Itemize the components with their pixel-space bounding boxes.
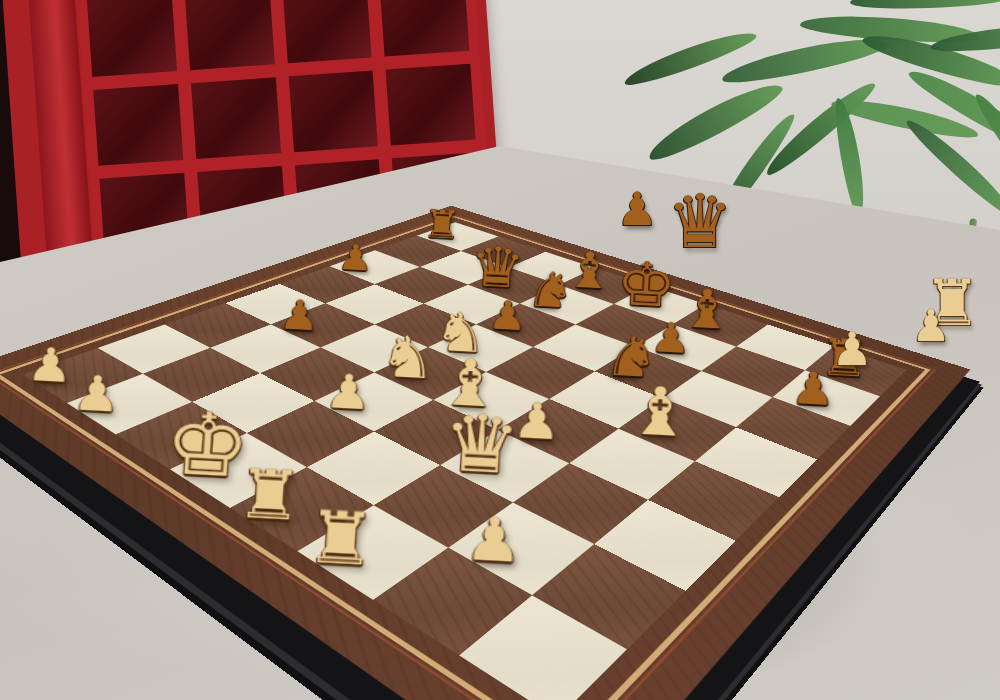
cabinet-pane — [386, 63, 476, 145]
cabinet-pane — [184, 0, 274, 70]
white-b-g5[interactable]: ♝ — [615, 376, 705, 447]
cabinet-pane — [288, 70, 378, 152]
plant-leaf — [850, 0, 1000, 11]
white-q-f3[interactable]: ♛ — [432, 402, 531, 486]
cabinet-pane — [379, 0, 469, 56]
black-r-a8[interactable]: ♜ — [411, 204, 472, 246]
cabinet-pane — [93, 84, 183, 166]
square-h5[interactable] — [695, 427, 817, 497]
captured-white-p[interactable]: ♟ — [911, 304, 950, 348]
white-r-f1[interactable]: ♜ — [284, 500, 398, 578]
captured-white-p[interactable]: ♟ — [831, 326, 872, 372]
white-p-g2[interactable]: ♟ — [439, 508, 550, 573]
cabinet-pane — [282, 0, 372, 63]
white-p-d3[interactable]: ♟ — [304, 367, 392, 419]
white-p-b1[interactable]: ♟ — [51, 368, 142, 421]
cabinet-shadow-edge — [0, 0, 22, 284]
black-p-b4[interactable]: ♟ — [261, 294, 338, 339]
cabinet-pane — [191, 77, 281, 159]
cabinet-pane — [87, 0, 177, 77]
photo-scene: ♜♝♚♝♜♛♞♟♟♟♟♞♞♝♟♞♝♟♟♛♟♟♟♚♜♜ ♛♟♜♟♟ — [0, 0, 1000, 700]
black-p-a6[interactable]: ♟ — [322, 239, 389, 278]
captured-black-q[interactable]: ♛ — [667, 184, 733, 258]
captured-black-p[interactable]: ♟ — [616, 186, 657, 232]
